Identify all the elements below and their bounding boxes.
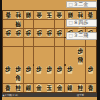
board-cell[interactable]: 歩 [34, 29, 44, 38]
board-cell[interactable]: 香 [86, 84, 96, 93]
board-cell[interactable] [44, 56, 54, 65]
board-cell[interactable]: 歩 [13, 29, 23, 38]
board-cell[interactable]: 歩 [3, 65, 13, 74]
gote-piece[interactable]: 銀 [66, 11, 74, 19]
sente-piece[interactable]: 桂 [76, 84, 84, 92]
last-move-text: ▲２六飛(２８) [3, 93, 18, 96]
candidate-move-button-1[interactable]: □ ３二金 [66, 1, 97, 9]
sente-piece[interactable]: 銀 [24, 84, 32, 92]
status-bar: ▲２六飛(２８) 後手番 [2, 93, 97, 96]
board-cell[interactable]: 歩 [55, 29, 65, 38]
board-cell[interactable] [3, 74, 13, 83]
turn-indicator-text: 後手番 [77, 93, 84, 96]
candidate-move-label: ８四歩 [73, 19, 88, 26]
board-cell[interactable]: 飛 [75, 56, 85, 65]
board-cell[interactable] [3, 20, 13, 29]
board-cell[interactable]: 銀 [65, 84, 75, 93]
board-cell[interactable] [65, 56, 75, 65]
sente-piece[interactable]: 歩 [66, 65, 74, 73]
board-cell[interactable]: 銀 [24, 11, 34, 20]
board-cell[interactable]: 銀 [65, 11, 75, 20]
board-cell[interactable]: 飛 [13, 20, 23, 29]
board-cell[interactable]: 歩 [13, 65, 23, 74]
board-cell[interactable] [86, 56, 96, 65]
sente-piece[interactable]: 歩 [35, 65, 43, 73]
sente-piece[interactable]: 香 [4, 84, 12, 92]
board-cell[interactable]: 香 [3, 84, 13, 93]
sente-piece[interactable]: 歩 [55, 65, 63, 73]
sente-piece[interactable]: 歩 [76, 47, 84, 55]
board-cell[interactable] [44, 38, 54, 47]
sente-piece[interactable]: 香 [86, 84, 94, 92]
sente-piece[interactable]: 玉 [45, 84, 53, 92]
board-cell[interactable]: 歩 [65, 65, 75, 74]
board-cell[interactable] [44, 74, 54, 83]
board-cell[interactable]: 歩 [34, 65, 44, 74]
board-cell[interactable]: 銀 [24, 84, 34, 93]
board-cell[interactable] [34, 20, 44, 29]
board-cell[interactable]: 桂 [75, 84, 85, 93]
gote-piece[interactable]: 桂 [76, 11, 84, 19]
gote-symbol-icon: □ [69, 19, 73, 26]
board-cell[interactable] [24, 56, 34, 65]
board-cell[interactable] [55, 47, 65, 56]
board-cell[interactable] [55, 56, 65, 65]
board-cell[interactable] [24, 74, 34, 83]
board-cell[interactable]: 桂 [13, 11, 23, 20]
gote-piece[interactable]: 歩 [45, 29, 53, 37]
board-cell[interactable] [55, 38, 65, 47]
board-cell[interactable] [13, 47, 23, 56]
board-cell[interactable]: 金 [34, 84, 44, 93]
gote-piece[interactable]: 金 [35, 11, 43, 19]
sente-piece[interactable]: 歩 [14, 65, 22, 73]
board-cell[interactable] [75, 65, 85, 74]
sente-piece[interactable]: 歩 [45, 65, 53, 73]
board-cell[interactable]: 香 [86, 11, 96, 20]
gote-piece[interactable]: 歩 [24, 29, 32, 37]
gote-piece[interactable]: 飛 [14, 20, 22, 28]
gote-symbol-icon: □ [69, 1, 73, 8]
hoshi-dot [64, 64, 66, 66]
board-background: 香桂銀金玉金銀桂香飛角歩歩歩歩歩歩歩歩歩歩飛歩歩歩歩歩歩歩歩角香桂銀金玉金銀桂香 [2, 0, 97, 100]
board-cell[interactable]: 香 [3, 11, 13, 20]
board-cell[interactable] [24, 47, 34, 56]
gote-piece[interactable]: 銀 [24, 11, 32, 19]
gote-piece[interactable]: 歩 [4, 29, 12, 37]
sente-piece[interactable]: 金 [55, 84, 63, 92]
left-edge [0, 0, 2, 100]
board-cell[interactable]: 金 [55, 84, 65, 93]
candidate-move-label: ３二金 [73, 1, 88, 8]
board-cell[interactable] [24, 38, 34, 47]
sente-piece[interactable]: 銀 [66, 84, 74, 92]
board-cell[interactable] [3, 38, 13, 47]
board-cell[interactable]: 歩 [75, 47, 85, 56]
board-cell[interactable] [86, 74, 96, 83]
gote-piece[interactable]: 香 [86, 11, 94, 19]
board-cell[interactable] [34, 47, 44, 56]
board-cell[interactable] [44, 47, 54, 56]
board-cell[interactable] [34, 56, 44, 65]
board-cell[interactable] [13, 38, 23, 47]
board-cell[interactable]: 歩 [55, 65, 65, 74]
candidate-move-label: ３二飛 [73, 32, 88, 39]
board-cell[interactable] [86, 47, 96, 56]
board-cell[interactable] [24, 20, 34, 29]
board-cell[interactable]: 桂 [75, 11, 85, 20]
board-cell[interactable]: 歩 [44, 65, 54, 74]
board-cell[interactable]: 玉 [44, 84, 54, 93]
gote-symbol-icon: □ [69, 32, 73, 39]
board-cell[interactable]: 金 [55, 11, 65, 20]
gote-piece[interactable]: 香 [4, 11, 12, 19]
candidate-move-button-3[interactable]: □ ３二飛 [66, 32, 97, 40]
board-cell[interactable] [44, 20, 54, 29]
board-cell[interactable]: 歩 [24, 65, 34, 74]
gote-piece[interactable]: 桂 [14, 11, 22, 19]
board-cell[interactable]: 金 [34, 11, 44, 20]
sente-piece[interactable]: 飛 [76, 56, 84, 64]
board-cell[interactable] [34, 38, 44, 47]
shogi-app-screen: 香桂銀金玉金銀桂香飛角歩歩歩歩歩歩歩歩歩歩飛歩歩歩歩歩歩歩歩角香桂銀金玉金銀桂香… [0, 0, 100, 100]
board-cell[interactable] [65, 74, 75, 83]
board-cell[interactable]: 歩 [3, 29, 13, 38]
board-cell[interactable] [75, 74, 85, 83]
sente-piece[interactable]: 歩 [4, 65, 12, 73]
board-cell[interactable] [34, 74, 44, 83]
sente-piece[interactable]: 角 [14, 74, 22, 82]
sente-piece[interactable]: 金 [35, 84, 43, 92]
board-cell[interactable] [13, 56, 23, 65]
board-cell[interactable] [65, 47, 75, 56]
board-cell[interactable] [55, 74, 65, 83]
board-cell[interactable] [55, 20, 65, 29]
board-cell[interactable]: 歩 [86, 65, 96, 74]
board-cell[interactable] [3, 56, 13, 65]
board-cell[interactable]: 桂 [13, 84, 23, 93]
board-cell[interactable] [3, 47, 13, 56]
candidate-move-button-2[interactable]: □ ８四歩 [66, 19, 97, 27]
gote-piece[interactable]: 歩 [55, 29, 63, 37]
sente-piece[interactable]: 歩 [24, 65, 32, 73]
gote-piece[interactable]: 歩 [14, 29, 22, 37]
gote-piece[interactable]: 玉 [45, 11, 53, 19]
board-cell[interactable]: 歩 [44, 29, 54, 38]
sente-piece[interactable]: 歩 [86, 65, 94, 73]
right-edge [97, 0, 100, 100]
board-cell[interactable]: 玉 [44, 11, 54, 20]
board-cell[interactable]: 歩 [24, 29, 34, 38]
sente-piece[interactable]: 桂 [14, 84, 22, 92]
gote-piece[interactable]: 歩 [35, 29, 43, 37]
gote-piece[interactable]: 金 [55, 11, 63, 19]
board-cell[interactable]: 角 [13, 74, 23, 83]
